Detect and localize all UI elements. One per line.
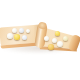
- stone-pale_yellow[interactable]: [63, 36, 68, 41]
- stone-amber[interactable]: [48, 44, 54, 50]
- stone-white[interactable]: [7, 33, 13, 39]
- stone-gray_white[interactable]: [19, 28, 24, 33]
- stone-white[interactable]: [52, 38, 57, 43]
- stone-white[interactable]: [57, 41, 63, 47]
- stone-yellow[interactable]: [55, 31, 60, 36]
- mancala-board-scene: [0, 0, 80, 80]
- stone-white[interactable]: [12, 28, 17, 33]
- stone-white[interactable]: [44, 36, 49, 41]
- stones-layer: [0, 0, 80, 80]
- stone-white[interactable]: [26, 29, 30, 33]
- stone-gray_white[interactable]: [22, 35, 27, 40]
- stone-yellow[interactable]: [14, 34, 20, 40]
